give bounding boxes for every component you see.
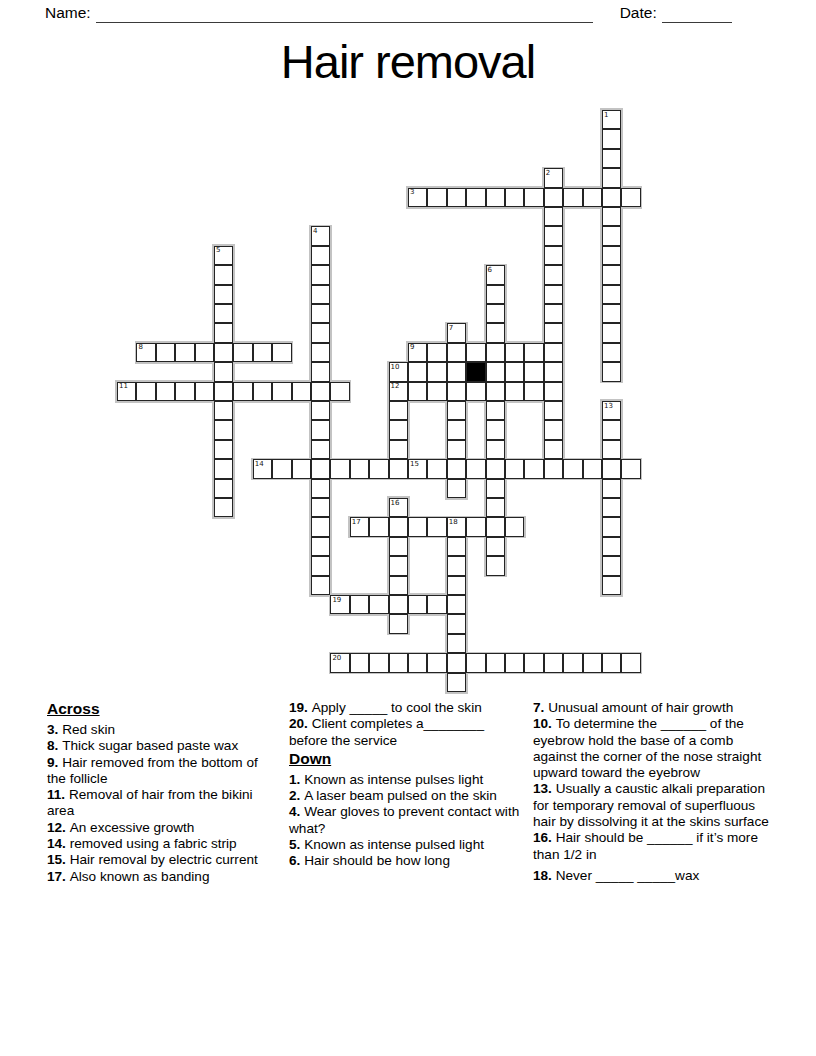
- clue-text: Red skin: [62, 722, 115, 737]
- grid-cell-r26c17[interactable]: [447, 614, 466, 633]
- blocked-cell: [466, 362, 485, 381]
- clue-number-7: 7: [449, 324, 453, 332]
- grid-cell-r20c14[interactable]: 16: [389, 498, 408, 517]
- grid-cell-r19c5[interactable]: [214, 479, 233, 498]
- across-clue-14: 14. removed using a fabric strip: [47, 836, 275, 852]
- clue-text: Hair removal by electric current: [70, 852, 258, 867]
- grid-cell-r9c10[interactable]: [311, 285, 330, 304]
- grid-cell-r10c10[interactable]: [311, 304, 330, 323]
- grid-cell-r21c20[interactable]: [505, 517, 524, 536]
- grid-cell-r28c13[interactable]: [369, 653, 388, 672]
- grid-cell-r21c16[interactable]: [427, 517, 446, 536]
- down-clue-4: 4. Wear gloves to prevent contact with w…: [289, 804, 521, 837]
- grid-cell-r21c14[interactable]: [389, 517, 408, 536]
- grid-cell-r14c15[interactable]: [408, 382, 427, 401]
- grid-cell-r4c25[interactable]: [602, 188, 621, 207]
- clue-num-label: 16.: [533, 830, 556, 845]
- grid-cell-r9c25[interactable]: [602, 285, 621, 304]
- page-title: Hair removal: [0, 34, 816, 89]
- grid-cell-r10c22[interactable]: [544, 304, 563, 323]
- grid-cell-r25c15[interactable]: [408, 595, 427, 614]
- grid-cell-r14c5[interactable]: [214, 382, 233, 401]
- grid-cell-r16c17[interactable]: [447, 420, 466, 439]
- across-clue-19: 19. Apply _____ to cool the skin: [289, 700, 521, 716]
- grid-cell-r15c14[interactable]: [389, 401, 408, 420]
- grid-cell-r9c22[interactable]: [544, 285, 563, 304]
- grid-cell-r25c11[interactable]: 19: [330, 595, 349, 614]
- grid-cell-r14c14[interactable]: 12: [389, 382, 408, 401]
- grid-cell-r20c5[interactable]: [214, 498, 233, 517]
- grid-cell-r24c17[interactable]: [447, 576, 466, 595]
- across-clue-3: 3. Red skin: [47, 722, 275, 738]
- across-clue-17: 17. Also known as banding: [47, 869, 275, 885]
- clue-column-2: 19. Apply _____ to cool the skin20. Clie…: [289, 700, 533, 885]
- clue-num-label: 8.: [47, 738, 62, 753]
- crossword-grid: 1234567891011121314151617181920: [117, 110, 641, 692]
- grid-cell-r18c20[interactable]: [505, 459, 524, 478]
- grid-cell-r0c25[interactable]: 1: [602, 110, 621, 129]
- grid-cell-r19c17[interactable]: [447, 479, 466, 498]
- grid-cell-r28c20[interactable]: [505, 653, 524, 672]
- grid-cell-r4c15[interactable]: 3: [408, 188, 427, 207]
- grid-cell-r16c5[interactable]: [214, 420, 233, 439]
- grid-cell-r6c25[interactable]: [602, 226, 621, 245]
- grid-cell-r28c22[interactable]: [544, 653, 563, 672]
- grid-cell-r14c21[interactable]: [524, 382, 543, 401]
- grid-cell-r8c5[interactable]: [214, 265, 233, 284]
- grid-cell-r14c7[interactable]: [253, 382, 272, 401]
- grid-cell-r21c12[interactable]: 17: [350, 517, 369, 536]
- grid-cell-r21c19[interactable]: [486, 517, 505, 536]
- clue-number-2: 2: [546, 169, 550, 177]
- grid-cell-r2c25[interactable]: [602, 149, 621, 168]
- date-input-line[interactable]: [662, 5, 732, 23]
- date-label: Date:: [620, 4, 657, 23]
- clue-num-label: 4.: [289, 804, 304, 819]
- grid-cell-r4c19[interactable]: [486, 188, 505, 207]
- grid-cell-r22c10[interactable]: [311, 537, 330, 556]
- grid-cell-r28c21[interactable]: [524, 653, 543, 672]
- grid-cell-r28c25[interactable]: [602, 653, 621, 672]
- clue-text: Known as intense pulsed light: [304, 837, 484, 852]
- grid-cell-r12c7[interactable]: [253, 343, 272, 362]
- grid-cell-r20c19[interactable]: [486, 498, 505, 517]
- grid-cell-r10c5[interactable]: [214, 304, 233, 323]
- grid-cell-r14c18[interactable]: [466, 382, 485, 401]
- grid-cell-r13c20[interactable]: [505, 362, 524, 381]
- grid-cell-r11c10[interactable]: [311, 323, 330, 342]
- grid-cell-r14c1[interactable]: [136, 382, 155, 401]
- grid-cell-r14c19[interactable]: [486, 382, 505, 401]
- clue-number-19: 19: [332, 596, 341, 604]
- grid-cell-r23c19[interactable]: [486, 556, 505, 575]
- grid-cell-r4c24[interactable]: [583, 188, 602, 207]
- grid-cell-r16c19[interactable]: [486, 420, 505, 439]
- grid-cell-r18c18[interactable]: [466, 459, 485, 478]
- clue-num-label: 7.: [533, 700, 548, 715]
- grid-cell-r17c5[interactable]: [214, 440, 233, 459]
- grid-cell-r24c14[interactable]: [389, 576, 408, 595]
- clue-num-label: 5.: [289, 837, 304, 852]
- grid-cell-r14c2[interactable]: [156, 382, 175, 401]
- name-label: Name:: [45, 4, 91, 23]
- grid-cell-r8c25[interactable]: [602, 265, 621, 284]
- grid-cell-r12c17[interactable]: [447, 343, 466, 362]
- grid-cell-r12c19[interactable]: [486, 343, 505, 362]
- grid-cell-r28c16[interactable]: [427, 653, 446, 672]
- grid-cell-r15c5[interactable]: [214, 401, 233, 420]
- grid-cell-r18c14[interactable]: [389, 459, 408, 478]
- grid-cell-r14c6[interactable]: [233, 382, 252, 401]
- grid-cell-r14c20[interactable]: [505, 382, 524, 401]
- grid-cell-r17c19[interactable]: [486, 440, 505, 459]
- grid-cell-r18c5[interactable]: [214, 459, 233, 478]
- grid-cell-r1c25[interactable]: [602, 129, 621, 148]
- grid-cell-r23c25[interactable]: [602, 556, 621, 575]
- grid-cell-r12c6[interactable]: [233, 343, 252, 362]
- grid-cell-r21c10[interactable]: [311, 517, 330, 536]
- grid-cell-r25c12[interactable]: [350, 595, 369, 614]
- down-clue-7: 7. Unusual amount of hair growth: [533, 700, 779, 716]
- clue-text: Removal of hair from the bikini area: [47, 787, 253, 818]
- grid-cell-r4c26[interactable]: [621, 188, 640, 207]
- grid-cell-r23c17[interactable]: [447, 556, 466, 575]
- grid-cell-r18c24[interactable]: [583, 459, 602, 478]
- clue-num-label: 18.: [533, 868, 556, 883]
- down-clue-13: 13. Usually a caustic alkali preparation…: [533, 781, 779, 830]
- grid-cell-r4c21[interactable]: [524, 188, 543, 207]
- grid-cell-r12c10[interactable]: [311, 343, 330, 362]
- grid-cell-r10c19[interactable]: [486, 304, 505, 323]
- grid-cell-r4c23[interactable]: [563, 188, 582, 207]
- clue-area: Across3. Red skin8. Thick sugar based pa…: [47, 700, 781, 885]
- grid-cell-r20c10[interactable]: [311, 498, 330, 517]
- grid-cell-r11c22[interactable]: [544, 323, 563, 342]
- clue-num-label: 2.: [289, 788, 304, 803]
- clue-text: Known as intense pulses light: [304, 772, 483, 787]
- clue-text: Never _____ _____wax: [556, 868, 700, 883]
- clue-num-label: 14.: [47, 836, 70, 851]
- grid-cell-r7c5[interactable]: 5: [214, 246, 233, 265]
- grid-cell-r14c11[interactable]: [330, 382, 349, 401]
- grid-cell-r28c23[interactable]: [563, 653, 582, 672]
- grid-cell-r25c13[interactable]: [369, 595, 388, 614]
- grid-cell-r18c21[interactable]: [524, 459, 543, 478]
- clue-num-label: 15.: [47, 852, 70, 867]
- clue-text: Client completes a________ before the se…: [289, 716, 484, 747]
- grid-cell-r18c22[interactable]: [544, 459, 563, 478]
- grid-cell-r17c25[interactable]: [602, 440, 621, 459]
- grid-cell-r14c22[interactable]: [544, 382, 563, 401]
- grid-cell-r16c22[interactable]: [544, 420, 563, 439]
- grid-cell-r18c23[interactable]: [563, 459, 582, 478]
- grid-cell-r12c18[interactable]: [466, 343, 485, 362]
- grid-cell-r12c15[interactable]: 9: [408, 343, 427, 362]
- clue-number-14: 14: [255, 460, 264, 468]
- grid-cell-r16c25[interactable]: [602, 420, 621, 439]
- grid-cell-r13c15[interactable]: [408, 362, 427, 381]
- clue-number-17: 17: [352, 518, 361, 526]
- clue-number-4: 4: [313, 227, 317, 235]
- grid-cell-r23c10[interactable]: [311, 556, 330, 575]
- grid-cell-r21c18[interactable]: [466, 517, 485, 536]
- grid-cell-r17c17[interactable]: [447, 440, 466, 459]
- clue-number-9: 9: [410, 343, 414, 351]
- name-date-row: Name: Date:: [45, 4, 741, 23]
- grid-cell-r4c17[interactable]: [447, 188, 466, 207]
- clue-text: Hair should be how long: [304, 853, 450, 868]
- clue-text: Wear gloves to prevent contact with what…: [289, 804, 519, 835]
- grid-cell-r12c21[interactable]: [524, 343, 543, 362]
- clue-num-label: 3.: [47, 722, 62, 737]
- across-header: Across: [47, 700, 275, 718]
- grid-cell-r11c25[interactable]: [602, 323, 621, 342]
- grid-cell-r8c19[interactable]: 6: [486, 265, 505, 284]
- grid-cell-r15c10[interactable]: [311, 401, 330, 420]
- grid-cell-r26c14[interactable]: [389, 614, 408, 633]
- grid-cell-r23c14[interactable]: [389, 556, 408, 575]
- grid-cell-r15c19[interactable]: [486, 401, 505, 420]
- grid-cell-r7c22[interactable]: [544, 246, 563, 265]
- down-clue-16: 16. Hair should be ______ if it’s more t…: [533, 830, 779, 863]
- clue-num-label: 20.: [289, 716, 312, 731]
- grid-cell-r3c22[interactable]: 2: [544, 168, 563, 187]
- grid-cell-r28c14[interactable]: [389, 653, 408, 672]
- grid-cell-r12c25[interactable]: [602, 343, 621, 362]
- grid-cell-r14c8[interactable]: [272, 382, 291, 401]
- grid-cell-r17c22[interactable]: [544, 440, 563, 459]
- clue-number-10: 10: [391, 363, 400, 371]
- clue-text: removed using a fabric strip: [70, 836, 237, 851]
- clue-num-label: 11.: [47, 787, 69, 802]
- grid-cell-r18c8[interactable]: [272, 459, 291, 478]
- grid-cell-r28c17[interactable]: [447, 653, 466, 672]
- grid-cell-r12c8[interactable]: [272, 343, 291, 362]
- grid-cell-r11c5[interactable]: [214, 323, 233, 342]
- clue-text: Hair should be ______ if it’s more than …: [533, 830, 758, 861]
- clue-column-3: 7. Unusual amount of hair growth10. To d…: [533, 700, 781, 885]
- grid-cell-r12c4[interactable]: [195, 343, 214, 362]
- grid-cell-r12c22[interactable]: [544, 343, 563, 362]
- clue-num-label: 13.: [533, 781, 556, 796]
- down-clue-1: 1. Known as intense pulses light: [289, 772, 521, 788]
- grid-cell-r28c12[interactable]: [350, 653, 369, 672]
- grid-cell-r18c12[interactable]: [350, 459, 369, 478]
- grid-cell-r25c14[interactable]: [389, 595, 408, 614]
- grid-cell-r14c10[interactable]: [311, 382, 330, 401]
- grid-cell-r6c22[interactable]: [544, 226, 563, 245]
- grid-cell-r6c10[interactable]: 4: [311, 226, 330, 245]
- grid-cell-r4c22[interactable]: [544, 188, 563, 207]
- grid-cell-r14c9[interactable]: [292, 382, 311, 401]
- grid-cell-r13c17[interactable]: [447, 362, 466, 381]
- grid-cell-r14c3[interactable]: [175, 382, 194, 401]
- across-clue-9: 9. Hair removed from the bottom of the f…: [47, 755, 275, 788]
- grid-cell-r12c20[interactable]: [505, 343, 524, 362]
- grid-cell-r14c17[interactable]: [447, 382, 466, 401]
- clue-text: Hair removed from the bottom of the foll…: [47, 755, 258, 786]
- grid-cell-r28c15[interactable]: [408, 653, 427, 672]
- down-clue-2: 2. A laser beam pulsed on the skin: [289, 788, 521, 804]
- clue-num-label: 6.: [289, 853, 304, 868]
- down-clue-5: 5. Known as intense pulsed light: [289, 837, 521, 853]
- grid-cell-r5c22[interactable]: [544, 207, 563, 226]
- clue-text: An excessive growth: [70, 820, 195, 835]
- grid-cell-r12c3[interactable]: [175, 343, 194, 362]
- clue-text: Thick sugar based paste wax: [62, 738, 238, 753]
- down-clue-18: 18. Never _____ _____wax: [533, 868, 779, 884]
- clue-number-8: 8: [138, 343, 142, 351]
- down-header: Down: [289, 750, 521, 768]
- grid-cell-r18c11[interactable]: [330, 459, 349, 478]
- across-clue-8: 8. Thick sugar based paste wax: [47, 738, 275, 754]
- grid-cell-r20c25[interactable]: [602, 498, 621, 517]
- grid-cell-r13c19[interactable]: [486, 362, 505, 381]
- grid-cell-r18c9[interactable]: [292, 459, 311, 478]
- grid-cell-r22c14[interactable]: [389, 537, 408, 556]
- grid-cell-r15c17[interactable]: [447, 401, 466, 420]
- across-clue-12: 12. An excessive growth: [47, 820, 275, 836]
- grid-cell-r7c10[interactable]: [311, 246, 330, 265]
- grid-cell-r14c4[interactable]: [195, 382, 214, 401]
- across-clue-20: 20. Client completes a________ before th…: [289, 716, 521, 749]
- grid-cell-r13c5[interactable]: [214, 362, 233, 381]
- grid-cell-r12c5[interactable]: [214, 343, 233, 362]
- grid-cell-r14c16[interactable]: [427, 382, 446, 401]
- name-input-line[interactable]: [96, 5, 593, 23]
- grid-cell-r18c16[interactable]: [427, 459, 446, 478]
- grid-cell-r29c17[interactable]: [447, 673, 466, 692]
- grid-cell-r10c25[interactable]: [602, 304, 621, 323]
- grid-cell-r25c17[interactable]: [447, 595, 466, 614]
- grid-cell-r24c10[interactable]: [311, 576, 330, 595]
- grid-cell-r21c17[interactable]: 18: [447, 517, 466, 536]
- down-clue-10: 10. To determine the ______ of the eyebr…: [533, 716, 779, 781]
- clue-number-5: 5: [216, 246, 220, 254]
- clue-number-13: 13: [604, 402, 613, 410]
- clue-number-18: 18: [449, 518, 458, 526]
- grid-cell-r17c14[interactable]: [389, 440, 408, 459]
- grid-cell-r17c10[interactable]: [311, 440, 330, 459]
- clue-column-1: Across3. Red skin8. Thick sugar based pa…: [47, 700, 289, 885]
- grid-cell-r9c19[interactable]: [486, 285, 505, 304]
- grid-cell-r13c10[interactable]: [311, 362, 330, 381]
- grid-cell-r21c13[interactable]: [369, 517, 388, 536]
- grid-cell-r4c16[interactable]: [427, 188, 446, 207]
- grid-cell-r28c18[interactable]: [466, 653, 485, 672]
- clue-number-11: 11: [119, 382, 128, 390]
- clue-text: A laser beam pulsed on the skin: [304, 788, 497, 803]
- clue-text: Usually a caustic alkali preparation for…: [533, 781, 769, 829]
- grid-cell-r4c18[interactable]: [466, 188, 485, 207]
- grid-cell-r22c25[interactable]: [602, 537, 621, 556]
- grid-cell-r16c14[interactable]: [389, 420, 408, 439]
- grid-cell-r8c22[interactable]: [544, 265, 563, 284]
- grid-cell-r13c22[interactable]: [544, 362, 563, 381]
- grid-cell-r18c13[interactable]: [369, 459, 388, 478]
- grid-cell-r13c16[interactable]: [427, 362, 446, 381]
- grid-cell-r11c17[interactable]: 7: [447, 323, 466, 342]
- grid-cell-r28c26[interactable]: [621, 653, 640, 672]
- grid-cell-r19c25[interactable]: [602, 479, 621, 498]
- clue-number-6: 6: [488, 266, 492, 274]
- grid-cell-r19c19[interactable]: [486, 479, 505, 498]
- clue-num-label: 1.: [289, 772, 304, 787]
- clue-num-label: 17.: [47, 869, 70, 884]
- grid-cell-r11c19[interactable]: [486, 323, 505, 342]
- grid-cell-r18c15[interactable]: 15: [408, 459, 427, 478]
- across-clue-15: 15. Hair removal by electric current: [47, 852, 275, 868]
- grid-cell-r18c26[interactable]: [621, 459, 640, 478]
- clue-num-label: 19.: [289, 700, 312, 715]
- grid-cell-r28c24[interactable]: [583, 653, 602, 672]
- grid-cell-r15c25[interactable]: 13: [602, 401, 621, 420]
- grid-cell-r3c25[interactable]: [602, 168, 621, 187]
- grid-cell-r5c25[interactable]: [602, 207, 621, 226]
- grid-cell-r18c7[interactable]: 14: [253, 459, 272, 478]
- grid-cell-r13c14[interactable]: 10: [389, 362, 408, 381]
- grid-cell-r14c0[interactable]: 11: [117, 382, 136, 401]
- grid-cell-r8c10[interactable]: [311, 265, 330, 284]
- clue-number-15: 15: [410, 460, 419, 468]
- clue-text: Also known as banding: [70, 869, 210, 884]
- clue-number-16: 16: [391, 499, 400, 507]
- grid-cell-r16c10[interactable]: [311, 420, 330, 439]
- grid-cell-r13c21[interactable]: [524, 362, 543, 381]
- grid-cell-r28c19[interactable]: [486, 653, 505, 672]
- clue-text: Apply _____ to cool the skin: [312, 700, 482, 715]
- grid-cell-r19c10[interactable]: [311, 479, 330, 498]
- clue-num-label: 10.: [533, 716, 556, 731]
- clue-text: Unusual amount of hair growth: [548, 700, 733, 715]
- grid-cell-r15c22[interactable]: [544, 401, 563, 420]
- down-clue-6: 6. Hair should be how long: [289, 853, 521, 869]
- grid-cell-r25c16[interactable]: [427, 595, 446, 614]
- grid-cell-r12c16[interactable]: [427, 343, 446, 362]
- clue-number-3: 3: [410, 188, 414, 196]
- grid-cell-r18c25[interactable]: [602, 459, 621, 478]
- clue-num-label: 12.: [47, 820, 70, 835]
- grid-cell-r12c2[interactable]: [156, 343, 175, 362]
- grid-cell-r12c1[interactable]: 8: [136, 343, 155, 362]
- grid-cell-r21c15[interactable]: [408, 517, 427, 536]
- clue-num-label: 9.: [47, 755, 62, 770]
- clue-number-20: 20: [332, 654, 341, 662]
- clue-number-1: 1: [604, 111, 608, 119]
- grid-cell-r18c17[interactable]: [447, 459, 466, 478]
- across-clue-11: 11. Removal of hair from the bikini area: [47, 787, 275, 820]
- grid-cell-r18c10[interactable]: [311, 459, 330, 478]
- grid-cell-r9c5[interactable]: [214, 285, 233, 304]
- grid-cell-r13c25[interactable]: [602, 362, 621, 381]
- grid-cell-r4c20[interactable]: [505, 188, 524, 207]
- grid-cell-r24c25[interactable]: [602, 576, 621, 595]
- grid-cell-r7c25[interactable]: [602, 246, 621, 265]
- grid-cell-r27c17[interactable]: [447, 634, 466, 653]
- grid-cell-r22c17[interactable]: [447, 537, 466, 556]
- grid-cell-r28c11[interactable]: 20: [330, 653, 349, 672]
- grid-cell-r18c19[interactable]: [486, 459, 505, 478]
- grid-cell-r21c25[interactable]: [602, 517, 621, 536]
- clue-number-12: 12: [391, 382, 400, 390]
- grid-cell-r22c19[interactable]: [486, 537, 505, 556]
- clue-text: To determine the ______ of the eyebrow h…: [533, 716, 761, 780]
